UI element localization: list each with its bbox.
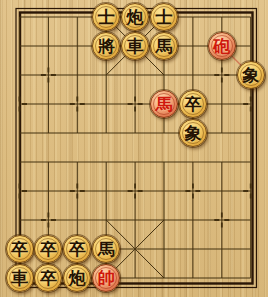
- piece-black-advisor[interactable]: 士: [92, 3, 120, 31]
- piece-black-elephant[interactable]: 象: [179, 119, 207, 147]
- piece-black-horse[interactable]: 馬: [150, 32, 178, 60]
- piece-black-cannon[interactable]: 炮: [121, 3, 149, 31]
- piece-black-horse[interactable]: 馬: [92, 235, 120, 263]
- piece-black-soldier[interactable]: 卒: [6, 235, 34, 263]
- piece-black-soldier[interactable]: 卒: [179, 90, 207, 118]
- piece-black-general[interactable]: 將: [92, 32, 120, 60]
- piece-black-advisor[interactable]: 士: [150, 3, 178, 31]
- xiangqi-board[interactable]: 士炮士將車馬砲象馬卒象卒卒卒馬車卒炮帥: [0, 0, 268, 297]
- piece-black-chariot[interactable]: 車: [121, 32, 149, 60]
- piece-black-chariot[interactable]: 車: [6, 264, 34, 292]
- piece-black-elephant[interactable]: 象: [237, 61, 265, 89]
- piece-red-general[interactable]: 帥: [92, 264, 120, 292]
- piece-red-horse[interactable]: 馬: [150, 90, 178, 118]
- piece-red-cannon[interactable]: 砲: [208, 32, 236, 60]
